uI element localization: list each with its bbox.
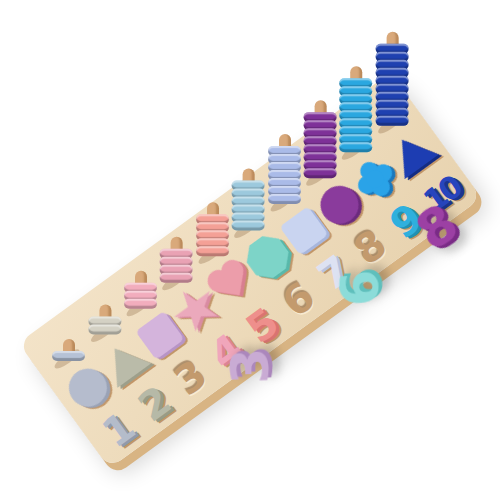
shape-piece-heart[interactable] (218, 270, 243, 295)
ring-stack-1[interactable] (52, 339, 85, 361)
product-photo: 1122344556778991010 368 (0, 0, 500, 500)
loose-number-6[interactable]: 6 (333, 268, 387, 308)
puzzle-board: 1122344556778991010 (18, 73, 481, 469)
loose-number-3[interactable]: 3 (223, 347, 276, 385)
ring-stack-10[interactable] (375, 32, 408, 126)
